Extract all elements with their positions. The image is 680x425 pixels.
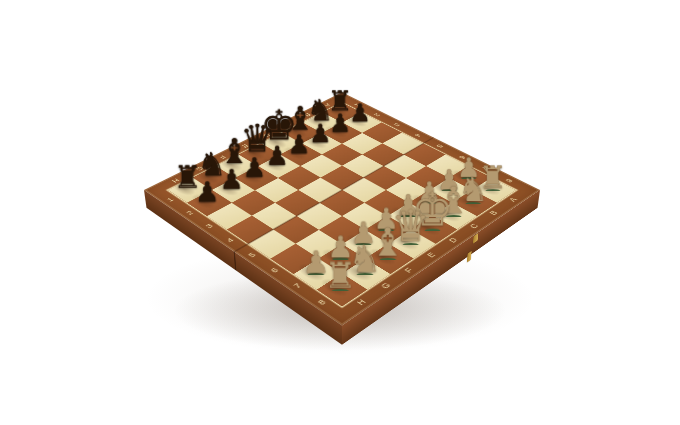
black-pawn-glyph: ♟ [243, 154, 267, 181]
coordinate-label: H [355, 298, 368, 306]
coordinate-label: F [404, 267, 416, 274]
coordinate-label: A [508, 197, 519, 203]
coordinate-label: 5 [435, 143, 444, 148]
fold-seam-side [234, 251, 237, 270]
black-pawn-glyph: ♟ [219, 166, 243, 193]
coordinate-label: E [426, 251, 438, 258]
black-pawn-glyph: ♟ [309, 121, 332, 146]
coordinate-label: 3 [205, 223, 215, 229]
coordinate-label: 7 [292, 282, 303, 289]
coordinate-label: D [447, 237, 459, 244]
coordinate-label: 1 [166, 197, 176, 203]
black-pawn-glyph: ♟ [266, 143, 289, 169]
coordinate-label: B [489, 210, 500, 216]
brass-clasp [473, 233, 478, 244]
coordinate-label: C [468, 223, 480, 230]
coordinate-label: 5 [247, 252, 258, 259]
black-pawn-glyph: ♟ [195, 178, 220, 206]
black-pawn-glyph: ♟ [288, 132, 311, 158]
coordinate-label: 3 [392, 122, 401, 127]
coordinate-label: 2 [185, 210, 195, 216]
coordinate-label: 6 [269, 267, 280, 274]
black-pawn-glyph: ♟ [349, 101, 371, 125]
coordinate-label: G [379, 282, 392, 290]
black-pawn-glyph: ♟ [329, 111, 351, 136]
product-photo-stage: 12345678 12345678 ABCDEFGH ABCDEFGH ♜♟♟♜… [0, 0, 680, 425]
white-rook-glyph: ♜ [324, 258, 356, 293]
coordinate-label: 4 [413, 133, 422, 138]
coordinate-label: 8 [317, 299, 328, 307]
coordinate-label: 4 [225, 237, 235, 244]
coordinate-label: 2 [372, 112, 381, 117]
